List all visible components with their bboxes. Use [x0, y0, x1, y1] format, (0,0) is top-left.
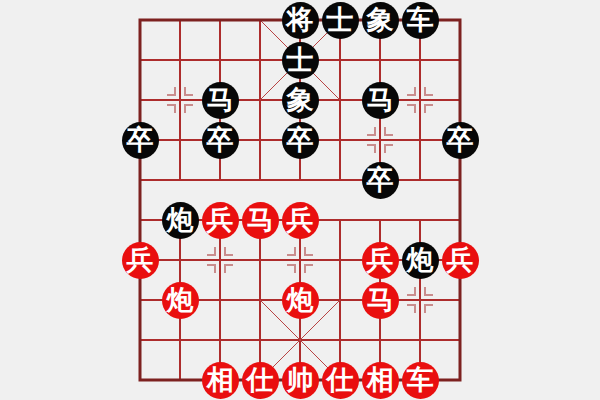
board-point: 仕 — [320, 360, 360, 400]
piece-black-chariot[interactable]: 车 — [402, 2, 439, 39]
piece-black-elephant[interactable]: 象 — [362, 2, 399, 39]
piece-black-advisor[interactable]: 士 — [282, 42, 319, 79]
piece-black-horse[interactable]: 马 — [202, 82, 239, 119]
piece-red-elephant[interactable]: 相 — [202, 362, 239, 399]
board-point: 马 — [240, 200, 280, 240]
board-point: 炮 — [160, 200, 200, 240]
piece-red-cannon[interactable]: 炮 — [162, 282, 199, 319]
board-point: 炮 — [280, 280, 320, 320]
board-point: 相 — [360, 360, 400, 400]
board-point: 卒 — [360, 160, 400, 200]
piece-grid: 将士象车士马象马卒卒卒卒卒炮兵马兵兵兵炮兵炮炮马相仕帅仕相车 — [120, 0, 480, 400]
piece-red-cannon[interactable]: 炮 — [282, 282, 319, 319]
piece-black-general[interactable]: 将 — [282, 2, 319, 39]
board-point: 象 — [360, 0, 400, 40]
board-point: 兵 — [440, 240, 480, 280]
board-point: 相 — [200, 360, 240, 400]
board-point: 卒 — [280, 120, 320, 160]
piece-black-cannon[interactable]: 炮 — [162, 202, 199, 239]
piece-black-soldier[interactable]: 卒 — [122, 122, 159, 159]
piece-red-general[interactable]: 帅 — [282, 362, 319, 399]
piece-red-soldier[interactable]: 兵 — [202, 202, 239, 239]
board-point: 卒 — [440, 120, 480, 160]
piece-red-chariot[interactable]: 车 — [402, 362, 439, 399]
piece-red-soldier[interactable]: 兵 — [282, 202, 319, 239]
board-point: 象 — [280, 80, 320, 120]
piece-black-soldier[interactable]: 卒 — [442, 122, 479, 159]
piece-black-soldier[interactable]: 卒 — [282, 122, 319, 159]
xiangqi-board[interactable]: 将士象车士马象马卒卒卒卒卒炮兵马兵兵兵炮兵炮炮马相仕帅仕相车 — [0, 0, 600, 400]
board-point: 车 — [400, 360, 440, 400]
board-point: 马 — [360, 80, 400, 120]
board-point: 马 — [360, 280, 400, 320]
piece-red-soldier[interactable]: 兵 — [442, 242, 479, 279]
piece-black-soldier[interactable]: 卒 — [202, 122, 239, 159]
piece-black-soldier[interactable]: 卒 — [362, 162, 399, 199]
board-point: 仕 — [240, 360, 280, 400]
piece-red-horse[interactable]: 马 — [362, 282, 399, 319]
piece-black-cannon[interactable]: 炮 — [402, 242, 439, 279]
piece-red-soldier[interactable]: 兵 — [362, 242, 399, 279]
board-point: 卒 — [200, 120, 240, 160]
board-point: 帅 — [280, 360, 320, 400]
board-point: 兵 — [280, 200, 320, 240]
board-point: 卒 — [120, 120, 160, 160]
piece-red-elephant[interactable]: 相 — [362, 362, 399, 399]
board-point: 士 — [280, 40, 320, 80]
board-point: 兵 — [120, 240, 160, 280]
piece-red-horse[interactable]: 马 — [242, 202, 279, 239]
piece-red-soldier[interactable]: 兵 — [122, 242, 159, 279]
piece-black-advisor[interactable]: 士 — [322, 2, 359, 39]
board-point: 士 — [320, 0, 360, 40]
board-point: 将 — [280, 0, 320, 40]
piece-black-elephant[interactable]: 象 — [282, 82, 319, 119]
board-point: 车 — [400, 0, 440, 40]
piece-red-advisor[interactable]: 仕 — [322, 362, 359, 399]
board-point: 兵 — [200, 200, 240, 240]
piece-red-advisor[interactable]: 仕 — [242, 362, 279, 399]
board-point: 马 — [200, 80, 240, 120]
board-point: 兵 — [360, 240, 400, 280]
piece-black-horse[interactable]: 马 — [362, 82, 399, 119]
board-point: 炮 — [160, 280, 200, 320]
board-point: 炮 — [400, 240, 440, 280]
